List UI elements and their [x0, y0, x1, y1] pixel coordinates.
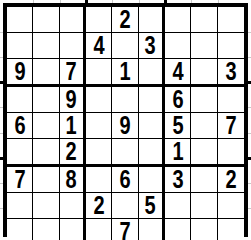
cell-r6c5[interactable] — [112, 139, 138, 167]
given-digit: 3 — [145, 33, 156, 58]
given-digit: 6 — [14, 113, 25, 138]
cell-r7c9[interactable]: 2 — [218, 167, 244, 193]
cell-r1c2[interactable] — [33, 7, 59, 33]
cell-r5c2[interactable] — [33, 113, 59, 139]
given-digit: 7 — [225, 113, 236, 138]
cell-r5c4[interactable] — [86, 113, 112, 139]
cell-r9c2[interactable] — [33, 219, 59, 240]
cell-r6c9[interactable] — [218, 139, 244, 167]
given-digit: 7 — [14, 167, 25, 192]
cell-r1c9[interactable] — [218, 7, 244, 33]
cell-r2c5[interactable] — [112, 33, 138, 59]
cell-r2c9[interactable] — [218, 33, 244, 59]
cell-r2c4[interactable]: 4 — [86, 33, 112, 59]
cell-r9c4[interactable] — [86, 219, 112, 240]
cell-r8c3[interactable] — [60, 193, 86, 219]
cell-r4c3[interactable]: 9 — [60, 87, 86, 113]
given-digit: 3 — [225, 59, 236, 84]
given-digit: 8 — [66, 167, 77, 192]
cell-r5c8[interactable] — [191, 113, 217, 139]
cell-r1c6[interactable] — [139, 7, 165, 33]
cell-r8c8[interactable] — [191, 193, 217, 219]
cell-r3c8[interactable] — [191, 59, 217, 87]
cell-r2c6[interactable]: 3 — [139, 33, 165, 59]
given-digit: 7 — [119, 219, 130, 240]
given-digit: 1 — [119, 59, 130, 84]
cell-r4c6[interactable] — [139, 87, 165, 113]
cell-r2c7[interactable] — [165, 33, 191, 59]
cell-r6c1[interactable] — [7, 139, 33, 167]
cell-r4c7[interactable]: 6 — [165, 87, 191, 113]
cell-r7c2[interactable] — [33, 167, 59, 193]
cell-r7c8[interactable] — [191, 167, 217, 193]
cell-r9c9[interactable] — [218, 219, 244, 240]
given-digit: 1 — [66, 113, 77, 138]
cell-r9c3[interactable] — [60, 219, 86, 240]
cell-r4c9[interactable] — [218, 87, 244, 113]
cell-r7c1[interactable]: 7 — [7, 167, 33, 193]
given-digit: 9 — [66, 87, 77, 112]
cell-r2c1[interactable] — [7, 33, 33, 59]
cell-r5c1[interactable]: 6 — [7, 113, 33, 139]
cell-r6c4[interactable] — [86, 139, 112, 167]
cell-r8c1[interactable] — [7, 193, 33, 219]
cell-r1c1[interactable] — [7, 7, 33, 33]
cell-r8c5[interactable] — [112, 193, 138, 219]
given-digit: 7 — [66, 59, 77, 84]
given-digit: 2 — [66, 139, 77, 164]
cell-r3c6[interactable] — [139, 59, 165, 87]
cell-r6c8[interactable] — [191, 139, 217, 167]
cell-r1c4[interactable] — [86, 7, 112, 33]
cell-r6c3[interactable]: 2 — [60, 139, 86, 167]
cell-r2c3[interactable] — [60, 33, 86, 59]
given-digit: 2 — [93, 193, 104, 218]
given-digit: 5 — [172, 113, 183, 138]
cell-r2c2[interactable] — [33, 33, 59, 59]
cell-r1c7[interactable] — [165, 7, 191, 33]
cell-r5c9[interactable]: 7 — [218, 113, 244, 139]
cell-r8c9[interactable] — [218, 193, 244, 219]
cell-r3c4[interactable] — [86, 59, 112, 87]
cell-r9c8[interactable] — [191, 219, 217, 240]
given-digit: 2 — [225, 167, 236, 192]
cell-r3c7[interactable]: 4 — [165, 59, 191, 87]
cell-r1c5[interactable]: 2 — [112, 7, 138, 33]
given-digit: 9 — [14, 59, 25, 84]
cell-r8c6[interactable]: 5 — [139, 193, 165, 219]
given-digit: 4 — [172, 59, 183, 84]
cell-r9c6[interactable] — [139, 219, 165, 240]
given-digit: 9 — [119, 113, 130, 138]
given-digit: 2 — [119, 7, 130, 32]
cell-r4c4[interactable] — [86, 87, 112, 113]
cell-r6c6[interactable] — [139, 139, 165, 167]
cell-r5c7[interactable]: 5 — [165, 113, 191, 139]
sudoku-puzzle: 2439714396619572178632257 — [0, 0, 251, 240]
cell-r6c7[interactable]: 1 — [165, 139, 191, 167]
cell-r5c6[interactable] — [139, 113, 165, 139]
cell-r7c4[interactable] — [86, 167, 112, 193]
sudoku-board: 2439714396619572178632257 — [3, 3, 248, 237]
cell-r9c7[interactable] — [165, 219, 191, 240]
cell-r8c4[interactable]: 2 — [86, 193, 112, 219]
cell-r3c1[interactable]: 9 — [7, 59, 33, 87]
cell-r4c1[interactable] — [7, 87, 33, 113]
given-digit: 5 — [145, 193, 156, 218]
cell-r3c9[interactable]: 3 — [218, 59, 244, 87]
cell-r5c5[interactable]: 9 — [112, 113, 138, 139]
cell-r8c7[interactable] — [165, 193, 191, 219]
cell-r9c1[interactable] — [7, 219, 33, 240]
cell-r9c5[interactable]: 7 — [112, 219, 138, 240]
cell-r3c5[interactable]: 1 — [112, 59, 138, 87]
cell-r3c3[interactable]: 7 — [60, 59, 86, 87]
cell-r5c3[interactable]: 1 — [60, 113, 86, 139]
cell-r1c3[interactable] — [60, 7, 86, 33]
cell-r7c6[interactable] — [139, 167, 165, 193]
cell-r4c5[interactable] — [112, 87, 138, 113]
cell-r1c8[interactable] — [191, 7, 217, 33]
cell-r3c2[interactable] — [33, 59, 59, 87]
given-digit: 4 — [93, 33, 104, 58]
cell-r4c8[interactable] — [191, 87, 217, 113]
cell-r6c2[interactable] — [33, 139, 59, 167]
given-digit: 1 — [172, 139, 183, 164]
cell-r7c3[interactable]: 8 — [60, 167, 86, 193]
cell-r4c2[interactable] — [33, 87, 59, 113]
cell-r2c8[interactable] — [191, 33, 217, 59]
cell-r8c2[interactable] — [33, 193, 59, 219]
cell-r7c7[interactable]: 3 — [165, 167, 191, 193]
given-digit: 3 — [172, 167, 183, 192]
given-digit: 6 — [172, 87, 183, 112]
given-digit: 6 — [119, 167, 130, 192]
cell-r7c5[interactable]: 6 — [112, 167, 138, 193]
